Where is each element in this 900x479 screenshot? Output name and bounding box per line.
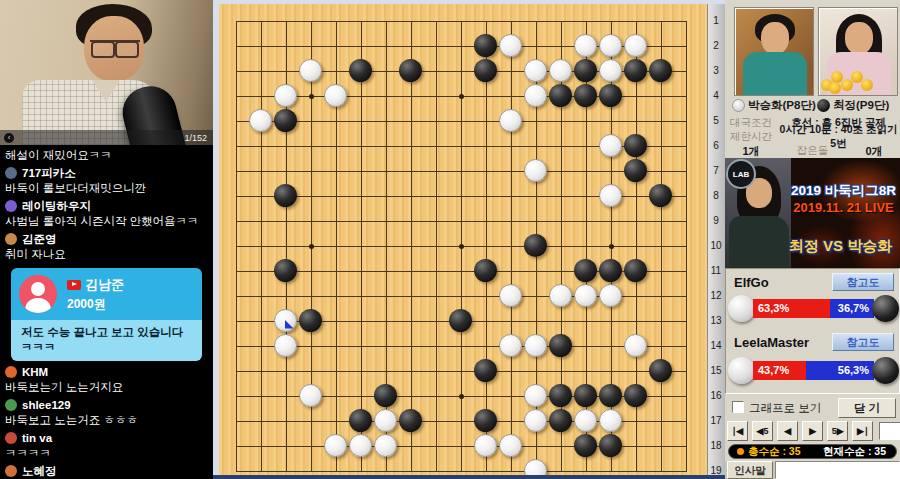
- black-stone-icon: [817, 99, 830, 112]
- white-stone: [549, 59, 572, 82]
- chat-username: tin va: [22, 431, 52, 445]
- black-stone: [624, 259, 647, 282]
- winrate-track-1: 63,3% 36,7%: [753, 299, 874, 318]
- superchat-avatar: [19, 275, 57, 313]
- captures-label: 잡은돌: [777, 144, 848, 158]
- white-stone: [249, 109, 272, 132]
- goban-layer: 12345678910111213141516171819: [213, 0, 725, 479]
- black-stone: [624, 384, 647, 407]
- black-stone: [549, 84, 572, 107]
- white-ball-icon: [728, 357, 755, 384]
- chat-user-row: 노혜정: [5, 464, 208, 478]
- row-label: 10: [708, 240, 724, 251]
- go-broadcast-app: ‹ 1/152 해설이 재밌어요ㅋㅋ717피카소바둑이 롤보다더재밋으니깐레이팅…: [0, 0, 900, 479]
- chat-list[interactable]: 해설이 재밌어요ㅋㅋ717피카소바둑이 롤보다더재밋으니깐레이팅하우지사범님 롤…: [0, 145, 213, 479]
- move-counter-bar: 총수순 : 35 현재수순 : 35: [728, 444, 897, 459]
- white-player-name: 박승화(P8단): [748, 98, 816, 113]
- white-stone: [549, 284, 572, 307]
- black-player-caption: 최정(P9단): [817, 98, 889, 113]
- close-button[interactable]: 닫 기: [838, 398, 896, 418]
- superchat-amount: 2000원: [67, 296, 124, 313]
- white-stone: [499, 434, 522, 457]
- greeting-input[interactable]: [775, 461, 900, 479]
- row-label: 19: [708, 465, 724, 476]
- black-stone: [624, 159, 647, 182]
- chat-username: shlee129: [22, 398, 71, 412]
- black-stone: [599, 259, 622, 282]
- condition-label: 대국조건: [725, 116, 777, 130]
- grid-line-v: [486, 21, 487, 472]
- chat-username: 레이팅하우지: [22, 199, 91, 213]
- white-stone: [324, 434, 347, 457]
- black-stone: [474, 359, 497, 382]
- white-stone: [299, 384, 322, 407]
- black-stone: [274, 259, 297, 282]
- white-stone: [599, 409, 622, 432]
- chat-user-row: 김준영: [5, 232, 208, 246]
- white-stone: [499, 284, 522, 307]
- black-stone: [474, 259, 497, 282]
- ai-winrate-bar-1: 63,3% 36,7%: [726, 295, 900, 323]
- black-stone: [649, 59, 672, 82]
- row-label: 12: [708, 290, 724, 301]
- black-player-face: [845, 22, 873, 54]
- white-ball-icon: [728, 295, 755, 322]
- black-stone: [474, 34, 497, 57]
- white-winrate-pct-1: 63,3%: [758, 302, 789, 314]
- row-label: 3: [708, 65, 724, 76]
- chat-message: 사범님 롤아직 시즌시작 안했어욤ㅋㅋ: [5, 214, 208, 229]
- chat-message: 해설이 재밌어요ㅋㅋ: [5, 148, 208, 163]
- banner-player-body: [729, 216, 789, 268]
- flower-emojis: [821, 67, 873, 93]
- ai-engine-name-1: ElfGo: [734, 275, 769, 290]
- white-captures-count: 1개: [725, 144, 777, 159]
- grid-line-h: [236, 371, 687, 372]
- current-moves: 현재수순 : 35: [823, 445, 886, 459]
- chat-avatar: [5, 432, 17, 444]
- graph-view-checkbox[interactable]: [732, 401, 744, 413]
- black-stone: [349, 59, 372, 82]
- white-stone: [624, 34, 647, 57]
- grid-line-h: [236, 346, 687, 347]
- white-player-shirt: [743, 52, 807, 96]
- ai-winrate-panel: ElfGo 참고도 63,3% 36,7% LeelaMaster 참고도 43…: [725, 268, 900, 394]
- greeting-row: 인사말: [725, 461, 900, 479]
- left-panel: ‹ 1/152 해설이 재밌어요ㅋㅋ717피카소바둑이 롤보다더재밋으니깐레이팅…: [0, 0, 213, 479]
- reference-diagram-button-1[interactable]: 참고도: [832, 273, 894, 291]
- chat-username: 717피카소: [22, 166, 76, 180]
- black-stone: [549, 334, 572, 357]
- commentator-webcam-video: ‹ 1/152: [0, 0, 213, 145]
- black-stone: [549, 409, 572, 432]
- white-stone: [599, 284, 622, 307]
- nav-last-button[interactable]: ▶∣: [852, 421, 873, 441]
- row-label: 13: [708, 315, 724, 326]
- player-captions: 박승화(P8단) 최정(P9단): [725, 98, 900, 114]
- board-bottom-border: [213, 475, 725, 479]
- black-stone: [599, 434, 622, 457]
- black-stone: [524, 234, 547, 257]
- black-stone: [624, 59, 647, 82]
- chat-message: 취미 자나요: [5, 247, 208, 262]
- white-stone: [474, 434, 497, 457]
- total-moves: 총수순 : 35: [737, 445, 801, 459]
- channel-logo: LAB: [726, 159, 756, 189]
- star-point: [309, 244, 314, 249]
- banner-matchup: 최정 VS 박승화: [781, 237, 900, 256]
- prev-page-icon[interactable]: ‹: [4, 133, 14, 143]
- black-stone: [549, 384, 572, 407]
- banner-title: 2019 바둑리그8R: [787, 182, 900, 200]
- row-label: 18: [708, 440, 724, 451]
- white-winrate-pct-2: 43,7%: [758, 364, 789, 376]
- chat-user-row: tin va: [5, 431, 208, 445]
- greeting-tab[interactable]: 인사말: [727, 461, 773, 479]
- black-stone: [349, 409, 372, 432]
- board-panel: 12345678910111213141516171819: [213, 0, 725, 479]
- chat-user-row: 717피카소: [5, 166, 208, 180]
- youtube-icon: [67, 280, 81, 290]
- chat-username: KHM: [22, 365, 48, 379]
- black-stone: [574, 434, 597, 457]
- row-label: 5: [708, 115, 724, 126]
- black-stone: [299, 309, 322, 332]
- ai-engine-name-2: LeelaMaster: [734, 335, 809, 350]
- white-player-caption: 박승화(P8단): [732, 98, 816, 113]
- chat-avatar: [5, 465, 17, 477]
- row-label: 1: [708, 15, 724, 26]
- white-stone: [574, 409, 597, 432]
- star-point: [609, 244, 614, 249]
- white-stone: [524, 384, 547, 407]
- row-label: 9: [708, 215, 724, 226]
- nav-forward5-button[interactable]: 5▶: [827, 421, 848, 441]
- star-point: [459, 94, 464, 99]
- nav-back5-button[interactable]: ◀5: [752, 421, 773, 441]
- star-point: [459, 244, 464, 249]
- nav-first-button[interactable]: ∣◀: [727, 421, 748, 441]
- row-label: 16: [708, 390, 724, 401]
- reference-diagram-button-2[interactable]: 참고도: [832, 333, 894, 351]
- grid-line-v: [686, 21, 687, 472]
- black-stone: [599, 84, 622, 107]
- black-stone: [374, 384, 397, 407]
- white-stone: [499, 34, 522, 57]
- row-label: 14: [708, 340, 724, 351]
- black-stone: [274, 109, 297, 132]
- black-stone: [399, 59, 422, 82]
- chat-message: 바둑보고 노는거죠 ㅎㅎㅎ: [5, 413, 208, 428]
- nav-forward-button[interactable]: ▶: [802, 421, 823, 441]
- white-stone: [274, 334, 297, 357]
- chat-username: 노혜정: [22, 464, 57, 478]
- event-banner: LAB 2019 바둑리그8R 2019.11. 21 LIVE 최정 VS 박…: [725, 158, 900, 268]
- black-stone: [474, 59, 497, 82]
- video-overlay-bar: ‹ 1/152: [0, 130, 213, 145]
- black-stone: [599, 384, 622, 407]
- superchat-message: 저도 수능 끝나고 보고 있습니다 ㅋㅋㅋ: [11, 320, 202, 361]
- black-stone: [649, 359, 672, 382]
- row-label: 7: [708, 165, 724, 176]
- chat-avatar: [5, 167, 17, 179]
- row-label: 15: [708, 365, 724, 376]
- white-stone: [574, 34, 597, 57]
- white-stone: [599, 34, 622, 57]
- white-stone: [524, 59, 547, 82]
- row-label: 6: [708, 140, 724, 151]
- game-info: 대국조건 호선 : 흑 6집반 공제 제한시간 0시간 10분 : 40초 초읽…: [725, 116, 900, 158]
- move-navigation-bar: ∣◀ ◀5 ◀ ▶ 5▶ ▶∣ GO: [727, 421, 900, 443]
- white-player-face: [761, 22, 789, 54]
- black-stone: [574, 259, 597, 282]
- right-panel: 박승화(P8단) 최정(P9단) 대국조건 호선 : 흑 6집반 공제 제한시간…: [725, 0, 900, 479]
- white-stone: [499, 109, 522, 132]
- superchat-meta: 김남준2000원: [67, 276, 124, 313]
- white-stone: [499, 334, 522, 357]
- row-label: 8: [708, 190, 724, 201]
- time-limit-label: 제한시간: [725, 130, 777, 144]
- white-stone: [524, 84, 547, 107]
- white-stone: [374, 409, 397, 432]
- ai-winrate-bar-2: 43,7% 56,3%: [726, 357, 900, 385]
- grid-line-v: [661, 21, 662, 472]
- graph-view-label: 그래프로 보기: [749, 401, 821, 416]
- white-stone: [324, 84, 347, 107]
- chat-message: ㅋㅋㅋㅋ: [5, 446, 208, 461]
- row-label: 11: [708, 265, 724, 276]
- move-number-input[interactable]: [879, 422, 900, 440]
- white-stone: [274, 84, 297, 107]
- chat-avatar: [5, 233, 17, 245]
- chat-message: 바둑이 롤보다더재밋으니깐: [5, 181, 208, 196]
- white-stone: [524, 409, 547, 432]
- black-player-photo: [818, 7, 898, 96]
- black-captures-count: 0개: [848, 144, 900, 159]
- black-stone: [449, 309, 472, 332]
- black-stone: [574, 384, 597, 407]
- black-winrate-pct-2: 56,3%: [838, 364, 869, 376]
- chat-user-row: shlee129: [5, 398, 208, 412]
- banner-date: 2019.11. 21 LIVE: [787, 200, 900, 215]
- white-stone: [524, 159, 547, 182]
- black-ball-icon: [872, 295, 899, 322]
- row-label: 17: [708, 415, 724, 426]
- superchat: 김남준2000원저도 수능 끝나고 보고 있습니다 ㅋㅋㅋ: [11, 268, 202, 361]
- black-ball-icon: [872, 357, 899, 384]
- white-stone: [299, 59, 322, 82]
- chat-message: 바둑보는기 노는거지요: [5, 380, 208, 395]
- black-player-name: 최정(P9단): [833, 98, 889, 113]
- white-stone: [599, 184, 622, 207]
- chat-avatar: [5, 366, 17, 378]
- white-stone: [599, 59, 622, 82]
- black-stone: [474, 409, 497, 432]
- graph-controls-row: 그래프로 보기 닫 기: [725, 398, 900, 420]
- white-stone: [524, 334, 547, 357]
- chat-avatar: [5, 399, 17, 411]
- star-point: [459, 394, 464, 399]
- chat-user-row: 레이팅하우지: [5, 199, 208, 213]
- row-label: 2: [708, 40, 724, 51]
- superchat-header: 김남준2000원: [11, 268, 202, 320]
- white-stone: [599, 134, 622, 157]
- winrate-track-2: 43,7% 56,3%: [753, 361, 874, 380]
- star-point: [309, 94, 314, 99]
- black-stone: [649, 184, 672, 207]
- video-page-indicator: 1/152: [184, 133, 207, 143]
- white-stone: [374, 434, 397, 457]
- white-player-photo: [734, 7, 814, 96]
- black-stone: [399, 409, 422, 432]
- white-stone: [574, 284, 597, 307]
- black-stone: [274, 184, 297, 207]
- grid-line-v: [511, 21, 512, 472]
- white-stone: [349, 434, 372, 457]
- superchat-username: 김남준: [85, 276, 124, 294]
- black-stone: [624, 134, 647, 157]
- grid-line-h: [236, 471, 687, 472]
- black-stone: [574, 59, 597, 82]
- chat-avatar: [5, 200, 17, 212]
- row-label: 4: [708, 90, 724, 101]
- black-winrate-pct-1: 36,7%: [838, 302, 869, 314]
- chat-user-row: KHM: [5, 365, 208, 379]
- chat-username: 김준영: [22, 232, 57, 246]
- commentator-glasses: [90, 40, 140, 54]
- white-stone: [624, 334, 647, 357]
- black-stone: [574, 84, 597, 107]
- white-stone-icon: [732, 99, 745, 112]
- nav-back-button[interactable]: ◀: [777, 421, 798, 441]
